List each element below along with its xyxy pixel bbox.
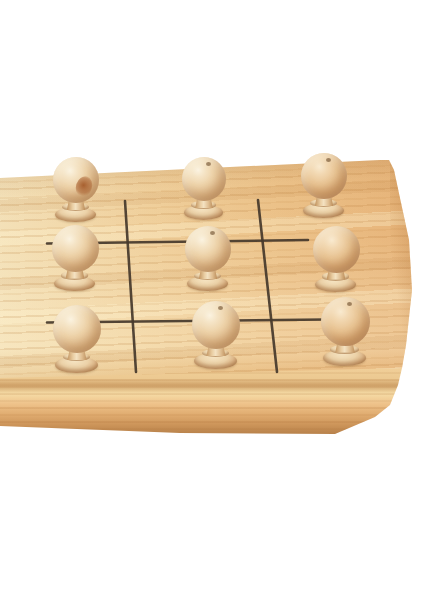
product-photo — [0, 0, 424, 600]
board-right-edge-shading — [390, 150, 424, 380]
peg-ball — [53, 157, 99, 203]
peg-ball — [185, 226, 231, 272]
peg-ball — [192, 301, 240, 349]
peg-ball — [301, 153, 347, 199]
peg-ball — [313, 226, 360, 273]
peg-ball — [52, 225, 99, 272]
peg-ball — [182, 157, 226, 201]
peg-ball — [53, 305, 101, 353]
peg-ball — [321, 297, 370, 346]
